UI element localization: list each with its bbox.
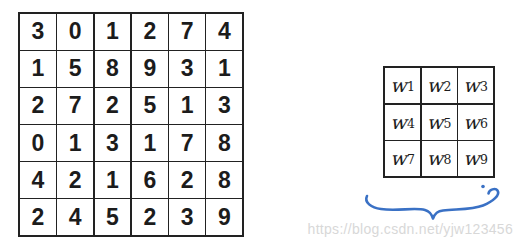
weight-subscript: 5 — [443, 118, 451, 131]
weight-symbol: w — [390, 76, 406, 95]
input-cell-r3c5: 1 — [169, 88, 205, 124]
input-cell-r1c5: 7 — [169, 14, 205, 50]
kernel-cell-w7: w7 — [385, 141, 420, 176]
input-cell-r2c1: 1 — [20, 51, 56, 87]
diagram-canvas: 301274158931272513013178421628245239 w1w… — [0, 0, 518, 247]
input-cell-r4c4: 1 — [132, 125, 168, 161]
input-cell-r5c5: 2 — [169, 162, 205, 198]
weight-subscript: 2 — [443, 81, 451, 94]
input-cell-r2c3: 8 — [95, 51, 131, 87]
watermark-url: https://blog.csdn.net/yjw123456 — [308, 221, 513, 237]
input-cell-r6c1: 2 — [20, 199, 56, 235]
input-cell-r4c1: 0 — [20, 125, 56, 161]
weight-subscript: 3 — [480, 81, 488, 94]
weight-symbol: w — [463, 113, 479, 132]
kernel-cell-w1: w1 — [385, 68, 420, 103]
kernel-cell-w8: w8 — [422, 141, 457, 176]
input-cell-r1c4: 2 — [132, 14, 168, 50]
kernel-cell-w9: w9 — [458, 141, 493, 176]
input-cell-r4c3: 3 — [95, 125, 131, 161]
input-cell-r5c3: 1 — [95, 162, 131, 198]
input-cell-r4c2: 1 — [57, 125, 93, 161]
weight-symbol: w — [463, 76, 479, 95]
input-cell-r5c6: 8 — [206, 162, 242, 198]
kernel-cell-w6: w6 — [458, 105, 493, 140]
weight-subscript: 1 — [407, 81, 415, 94]
input-cell-r1c1: 3 — [20, 14, 56, 50]
input-cell-r6c4: 2 — [132, 199, 168, 235]
input-cell-r4c5: 7 — [169, 125, 205, 161]
kernel-weight-grid: w1w2w3w4w5w6w7w8w9 — [383, 66, 495, 178]
input-cell-r2c5: 3 — [169, 51, 205, 87]
input-cell-r2c4: 9 — [132, 51, 168, 87]
hand-drawn-brace-squiggle — [361, 182, 511, 224]
weight-symbol: w — [427, 113, 443, 132]
weight-subscript: 6 — [480, 118, 488, 131]
weight-symbol: w — [427, 76, 443, 95]
weight-subscript: 8 — [443, 154, 451, 167]
input-cell-r5c2: 2 — [57, 162, 93, 198]
weight-symbol: w — [390, 149, 406, 168]
input-cell-r5c4: 6 — [132, 162, 168, 198]
input-cell-r3c1: 2 — [20, 88, 56, 124]
input-cell-r3c3: 2 — [95, 88, 131, 124]
input-matrix-grid: 301274158931272513013178421628245239 — [18, 12, 244, 237]
input-cell-r6c6: 9 — [206, 199, 242, 235]
weight-subscript: 9 — [480, 154, 488, 167]
kernel-cell-w2: w2 — [422, 68, 457, 103]
input-cell-r6c3: 5 — [95, 199, 131, 235]
input-cell-r1c6: 4 — [206, 14, 242, 50]
weight-symbol: w — [463, 149, 479, 168]
kernel-cell-w4: w4 — [385, 105, 420, 140]
brace-dot — [481, 185, 485, 189]
brace-curve — [366, 189, 498, 218]
weight-symbol: w — [427, 149, 443, 168]
input-cell-r4c6: 8 — [206, 125, 242, 161]
kernel-cell-w5: w5 — [422, 105, 457, 140]
input-cell-r3c4: 5 — [132, 88, 168, 124]
input-cell-r3c6: 3 — [206, 88, 242, 124]
input-cell-r5c1: 4 — [20, 162, 56, 198]
input-cell-r6c5: 3 — [169, 199, 205, 235]
input-cell-r2c2: 5 — [57, 51, 93, 87]
input-cell-r1c3: 1 — [95, 14, 131, 50]
weight-symbol: w — [390, 113, 406, 132]
input-cell-r1c2: 0 — [57, 14, 93, 50]
kernel-cell-w3: w3 — [458, 68, 493, 103]
input-cell-r6c2: 4 — [57, 199, 93, 235]
weight-subscript: 7 — [407, 154, 415, 167]
weight-subscript: 4 — [407, 118, 415, 131]
input-cell-r3c2: 7 — [57, 88, 93, 124]
input-cell-r2c6: 1 — [206, 51, 242, 87]
